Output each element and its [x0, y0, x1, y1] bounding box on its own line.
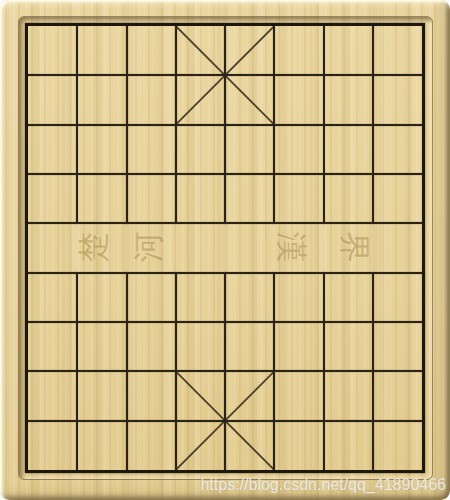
grid-line [76, 26, 78, 224]
grid-line [76, 272, 78, 470]
grid-line [273, 26, 275, 224]
xiangqi-board-frame: 楚 河 漢 界 https://blog.csdn.net/qq_4189046… [0, 0, 450, 500]
grid-line [126, 272, 128, 470]
grid-line [175, 26, 177, 224]
grid-line [273, 272, 275, 470]
grid-line [175, 272, 177, 470]
grid-line [224, 272, 226, 470]
watermark: https://blog.csdn.net/qq_41890466 [200, 476, 446, 494]
river-character: 界 [335, 227, 375, 267]
grid-line [224, 26, 226, 224]
grid-line [323, 272, 325, 470]
river-character: 河 [128, 227, 168, 267]
river-character: 楚 [73, 227, 113, 267]
xiangqi-board[interactable]: 楚 河 漢 界 [25, 23, 425, 473]
grid-line [372, 272, 374, 470]
grid-line [323, 26, 325, 224]
grid-line [372, 26, 374, 224]
river-character: 漢 [272, 227, 312, 267]
grid-line [126, 26, 128, 224]
